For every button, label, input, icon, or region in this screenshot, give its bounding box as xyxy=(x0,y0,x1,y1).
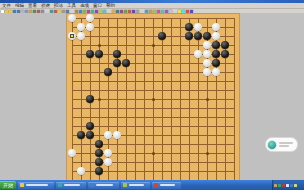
black-stone[interactable] xyxy=(113,59,121,67)
taskbar-button-label xyxy=(64,184,80,186)
black-stone[interactable] xyxy=(194,32,202,40)
grid-line-horizontal xyxy=(72,117,235,118)
menu-item[interactable]: 编辑 xyxy=(13,3,26,8)
grid-line-vertical xyxy=(234,18,235,180)
black-stone[interactable] xyxy=(185,23,193,31)
grid-line-horizontal xyxy=(72,126,235,127)
logo-circle-icon xyxy=(267,140,277,150)
black-stone[interactable] xyxy=(95,149,103,157)
white-stone[interactable] xyxy=(212,32,220,40)
white-stone[interactable] xyxy=(86,14,94,22)
white-stone[interactable] xyxy=(104,131,112,139)
black-stone[interactable] xyxy=(212,50,220,58)
taskbar-button-icon xyxy=(154,183,158,187)
star-point xyxy=(206,98,209,101)
white-stone[interactable] xyxy=(86,23,94,31)
white-stone[interactable] xyxy=(203,59,211,67)
menu-item[interactable]: 帮助 xyxy=(104,3,117,8)
tray-icon[interactable] xyxy=(290,184,293,187)
white-stone[interactable] xyxy=(212,68,220,76)
star-point xyxy=(152,98,155,101)
black-stone[interactable] xyxy=(95,50,103,58)
black-stone[interactable] xyxy=(77,131,85,139)
grid-line-horizontal xyxy=(72,108,235,109)
taskbar-button-label xyxy=(129,184,144,186)
menu-item[interactable]: 选项 xyxy=(78,3,91,8)
black-stone[interactable] xyxy=(86,50,94,58)
tray-icon[interactable] xyxy=(278,184,281,187)
taskbar-window-button[interactable] xyxy=(152,182,181,189)
taskbar-button-icon xyxy=(20,183,24,187)
menu-item[interactable]: 文件 xyxy=(0,3,13,8)
white-stone[interactable] xyxy=(203,41,211,49)
star-point xyxy=(206,152,209,155)
menu-item[interactable]: 招法 xyxy=(52,3,65,8)
white-stone[interactable] xyxy=(68,14,76,22)
taskbar-button-icon xyxy=(58,183,62,187)
taskbar-window-button[interactable] xyxy=(18,182,54,189)
menu-item[interactable]: 工具 xyxy=(65,3,78,8)
go-board[interactable] xyxy=(66,13,240,180)
black-stone[interactable] xyxy=(86,122,94,130)
white-stone[interactable] xyxy=(68,149,76,157)
grid-line-vertical xyxy=(180,18,181,180)
menu-item[interactable]: 查看 xyxy=(26,3,39,8)
black-stone[interactable] xyxy=(104,68,112,76)
taskbar: 开始 xyxy=(0,180,304,190)
start-button[interactable]: 开始 xyxy=(0,181,16,189)
white-stone[interactable] xyxy=(203,68,211,76)
menu-item[interactable]: 窗口 xyxy=(91,3,104,8)
white-stone[interactable] xyxy=(212,23,220,31)
logo-watermark xyxy=(265,137,298,152)
white-stone[interactable] xyxy=(194,50,202,58)
black-stone[interactable] xyxy=(221,41,229,49)
tray-icon[interactable] xyxy=(274,184,277,187)
taskbar-window-button[interactable] xyxy=(56,182,86,189)
grid-line-vertical xyxy=(198,18,199,180)
tray-icon[interactable] xyxy=(282,184,285,187)
star-point xyxy=(98,98,101,101)
grid-line-vertical xyxy=(162,18,163,180)
taskbar-button-label xyxy=(96,184,113,186)
black-stone[interactable] xyxy=(203,32,211,40)
white-stone[interactable] xyxy=(77,23,85,31)
grid-line-vertical xyxy=(189,18,190,180)
black-stone[interactable] xyxy=(113,50,121,58)
tray-icon[interactable] xyxy=(286,184,289,187)
app-client-area xyxy=(0,13,304,180)
black-stone[interactable] xyxy=(221,50,229,58)
taskbar-button-label xyxy=(160,184,175,186)
star-point xyxy=(152,152,155,155)
white-stone[interactable] xyxy=(203,50,211,58)
black-stone[interactable] xyxy=(95,140,103,148)
taskbar-window-button[interactable] xyxy=(121,182,150,189)
black-stone[interactable] xyxy=(212,41,220,49)
app-window: 文件编辑查看棋谱招法工具选项窗口帮助 开始 xyxy=(0,0,304,190)
black-stone[interactable] xyxy=(122,59,130,67)
black-stone[interactable] xyxy=(86,95,94,103)
taskbar-button-icon xyxy=(123,183,127,187)
grid-line-horizontal xyxy=(72,135,235,136)
white-stone[interactable] xyxy=(194,23,202,31)
black-stone[interactable] xyxy=(95,158,103,166)
black-stone[interactable] xyxy=(158,32,166,40)
black-stone[interactable] xyxy=(86,131,94,139)
white-stone[interactable] xyxy=(77,32,85,40)
white-stone[interactable] xyxy=(104,158,112,166)
grid-line-vertical xyxy=(171,18,172,180)
tray-icon[interactable] xyxy=(294,184,297,187)
last-move-marker xyxy=(70,34,74,38)
taskbar-button-label xyxy=(26,184,48,186)
taskbar-window-button[interactable] xyxy=(88,182,119,189)
black-stone[interactable] xyxy=(212,59,220,67)
star-point xyxy=(98,44,101,47)
white-stone[interactable] xyxy=(104,149,112,157)
white-stone[interactable] xyxy=(113,131,121,139)
taskbar-button-icon xyxy=(90,183,94,187)
white-stone[interactable] xyxy=(77,167,85,175)
star-point xyxy=(152,44,155,47)
black-stone[interactable] xyxy=(95,167,103,175)
logo-text-lines xyxy=(279,142,293,148)
system-tray xyxy=(272,180,304,190)
menu-item[interactable]: 棋谱 xyxy=(39,3,52,8)
black-stone[interactable] xyxy=(185,32,193,40)
